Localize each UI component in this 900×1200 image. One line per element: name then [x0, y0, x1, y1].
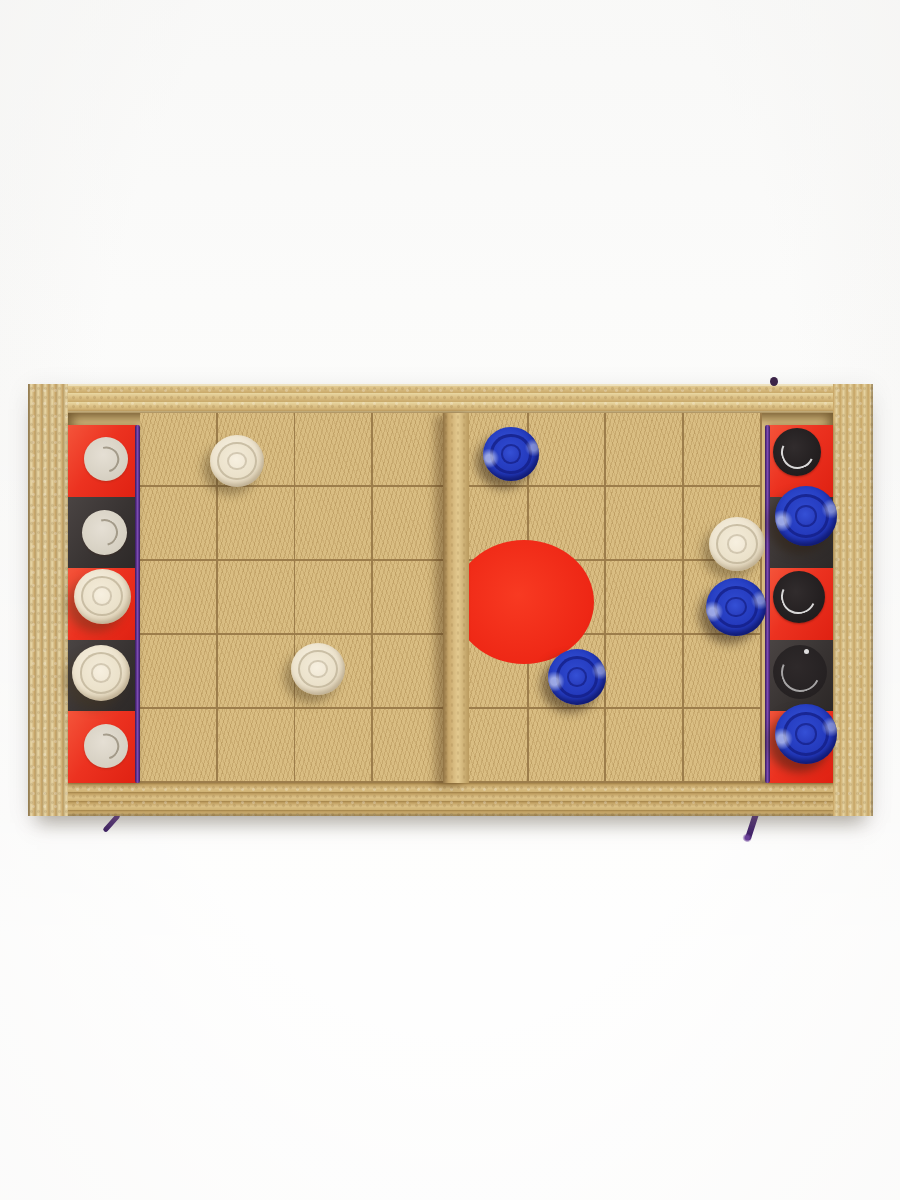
- blue-puck-2-ring: [556, 656, 599, 697]
- blue-puck-5[interactable]: [775, 704, 837, 764]
- blue-puck-4-center: [795, 505, 817, 527]
- blue-puck-3[interactable]: [706, 578, 766, 636]
- blue-puck-2-center: [567, 667, 588, 687]
- blue-puck-3-center: [725, 597, 747, 618]
- printed-spot-right-spot-4: [773, 645, 827, 699]
- printed-spot-left-spot-1: [84, 437, 128, 481]
- printed-spot-right-spot-3: [773, 571, 825, 623]
- blue-puck-4[interactable]: [775, 486, 837, 546]
- center-divider: [443, 413, 469, 783]
- board-rail-right: [833, 384, 873, 816]
- board-rail-top: [28, 384, 873, 413]
- game-board: [28, 384, 873, 816]
- white-puck-3[interactable]: [709, 517, 765, 571]
- white-puck-1[interactable]: [210, 435, 264, 487]
- photo-background: [0, 0, 900, 1200]
- blue-puck-3-ring: [714, 586, 758, 629]
- playing-area: [68, 413, 833, 783]
- blue-puck-5-ring: [783, 712, 829, 756]
- printed-spot-left-spot-5: [84, 724, 128, 768]
- center-circle: [454, 540, 594, 664]
- string-knot-top-right: [770, 377, 778, 386]
- white-puck-1-center: [227, 452, 246, 471]
- blue-puck-4-ring: [783, 494, 829, 538]
- white-puck-3-center: [727, 534, 747, 553]
- printed-spot-right-spot-1: [773, 428, 821, 476]
- blue-puck-1[interactable]: [483, 427, 539, 481]
- blue-puck-1-ring: [490, 434, 531, 474]
- board-rail-left: [28, 384, 68, 816]
- white-puck-5[interactable]: [72, 645, 130, 701]
- white-puck-2-center: [308, 660, 327, 679]
- board-rail-bottom: [28, 783, 873, 816]
- blue-puck-1-center: [501, 444, 521, 463]
- printed-spot-left-spot-2: [82, 510, 127, 555]
- white-puck-4-center: [92, 586, 113, 606]
- blue-puck-2[interactable]: [548, 649, 606, 705]
- string-tail-left: [102, 813, 120, 833]
- white-puck-2[interactable]: [291, 643, 345, 695]
- blue-puck-5-center: [795, 723, 817, 745]
- left-elastic-string[interactable]: [135, 425, 140, 783]
- white-puck-4[interactable]: [74, 569, 131, 624]
